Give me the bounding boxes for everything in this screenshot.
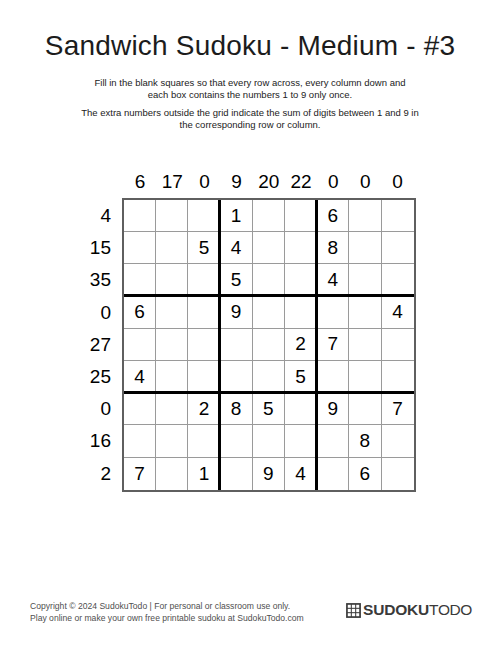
cell-r4c1[interactable]: 6 — [124, 297, 156, 329]
cell-r2c3[interactable]: 5 — [188, 232, 220, 264]
cell-r4c2[interactable] — [156, 297, 188, 329]
instructions-sandwich-line2: the corresponding row or column. — [0, 119, 500, 131]
instructions-rule-line2: each box contains the numbers 1 to 9 onl… — [0, 89, 500, 101]
column-clues: 617092022000 — [122, 166, 416, 198]
cell-r5c9[interactable] — [382, 329, 414, 361]
cell-r8c3[interactable] — [188, 425, 220, 457]
cell-r7c3[interactable]: 2 — [188, 393, 220, 425]
cell-r4c6[interactable] — [285, 297, 317, 329]
cell-r1c8[interactable] — [349, 200, 381, 232]
col-clue-1: 6 — [124, 166, 156, 198]
row-clues: 41535027250162 — [80, 198, 122, 492]
cell-r9c8[interactable]: 6 — [349, 458, 381, 490]
cell-r9c5[interactable]: 9 — [253, 458, 285, 490]
footer-line2: Play online or make your own free printa… — [30, 612, 304, 624]
cell-r3c9[interactable] — [382, 264, 414, 296]
cell-r2c5[interactable] — [253, 232, 285, 264]
board-frame: 1654854694274528597871946 — [122, 198, 416, 492]
page: Sandwich Sudoku - Medium - #3 Fill in th… — [0, 0, 500, 647]
col-clue-7: 0 — [317, 166, 349, 198]
cell-r8c5[interactable] — [253, 425, 285, 457]
cell-r7c5[interactable]: 5 — [253, 393, 285, 425]
cell-r5c3[interactable] — [188, 329, 220, 361]
cell-r6c7[interactable] — [317, 361, 349, 393]
cell-r9c7[interactable] — [317, 458, 349, 490]
cell-r4c3[interactable] — [188, 297, 220, 329]
cell-r1c9[interactable] — [382, 200, 414, 232]
board: 1654854694274528597871946 — [124, 200, 414, 490]
cell-r1c6[interactable] — [285, 200, 317, 232]
cell-r1c2[interactable] — [156, 200, 188, 232]
cell-r8c7[interactable] — [317, 425, 349, 457]
cell-r9c2[interactable] — [156, 458, 188, 490]
col-clue-4: 9 — [221, 166, 253, 198]
cell-r2c4[interactable]: 4 — [221, 232, 253, 264]
clue-corner-spacer — [80, 166, 122, 198]
cell-r3c2[interactable] — [156, 264, 188, 296]
puzzle: 617092022000 41535027250162 165485469427… — [80, 166, 416, 492]
logo-text-bold: SUDOKU — [363, 601, 429, 619]
row-clue-3: 35 — [80, 264, 122, 296]
copyright: Copyright © 2024 SudokuTodo | For person… — [30, 600, 304, 624]
row-clue-8: 16 — [80, 425, 122, 457]
cell-r2c8[interactable] — [349, 232, 381, 264]
cell-r1c1[interactable] — [124, 200, 156, 232]
cell-r1c4[interactable]: 1 — [221, 200, 253, 232]
cell-r7c7[interactable]: 9 — [317, 393, 349, 425]
sudoku-grid-icon — [346, 603, 361, 618]
cell-r4c8[interactable] — [349, 297, 381, 329]
col-clue-8: 0 — [349, 166, 381, 198]
cell-r8c9[interactable] — [382, 425, 414, 457]
cell-r6c6[interactable]: 5 — [285, 361, 317, 393]
instructions-rule-line1: Fill in the blank squares so that every … — [0, 77, 500, 89]
cell-r2c6[interactable] — [285, 232, 317, 264]
row-clue-4: 0 — [80, 297, 122, 329]
cell-r6c9[interactable] — [382, 361, 414, 393]
cell-r1c7[interactable]: 6 — [317, 200, 349, 232]
cell-r8c4[interactable] — [221, 425, 253, 457]
cell-r7c4[interactable]: 8 — [221, 393, 253, 425]
instructions-sandwich: The extra numbers outside the grid indic… — [0, 107, 500, 130]
instructions-rule: Fill in the blank squares so that every … — [0, 77, 500, 100]
cell-r8c1[interactable] — [124, 425, 156, 457]
cell-r1c3[interactable] — [188, 200, 220, 232]
row-clue-1: 4 — [80, 200, 122, 232]
cell-r4c4[interactable]: 9 — [221, 297, 253, 329]
cell-r7c9[interactable]: 7 — [382, 393, 414, 425]
cell-r3c3[interactable] — [188, 264, 220, 296]
cell-r6c2[interactable] — [156, 361, 188, 393]
cell-r3c7[interactable]: 4 — [317, 264, 349, 296]
cell-r3c8[interactable] — [349, 264, 381, 296]
cell-r2c9[interactable] — [382, 232, 414, 264]
cell-r3c4[interactable]: 5 — [221, 264, 253, 296]
cell-r9c9[interactable] — [382, 458, 414, 490]
col-clue-6: 22 — [285, 166, 317, 198]
cell-r3c1[interactable] — [124, 264, 156, 296]
cell-r5c5[interactable] — [253, 329, 285, 361]
cell-r7c6[interactable] — [285, 393, 317, 425]
row-clue-9: 2 — [80, 458, 122, 490]
cell-r9c3[interactable]: 1 — [188, 458, 220, 490]
col-clue-2: 17 — [156, 166, 188, 198]
cell-r3c6[interactable] — [285, 264, 317, 296]
cell-r6c3[interactable] — [188, 361, 220, 393]
cell-r5c8[interactable] — [349, 329, 381, 361]
cell-r8c8[interactable]: 8 — [349, 425, 381, 457]
cell-r5c1[interactable] — [124, 329, 156, 361]
cell-r6c4[interactable] — [221, 361, 253, 393]
cell-r2c1[interactable] — [124, 232, 156, 264]
sudokutodo-logo: SUDOKU TODO — [346, 601, 472, 619]
cell-r8c2[interactable] — [156, 425, 188, 457]
cell-r7c1[interactable] — [124, 393, 156, 425]
cell-r1c5[interactable] — [253, 200, 285, 232]
cell-r3c5[interactable] — [253, 264, 285, 296]
cell-r8c6[interactable] — [285, 425, 317, 457]
cell-r9c6[interactable]: 4 — [285, 458, 317, 490]
cell-r4c9[interactable]: 4 — [382, 297, 414, 329]
cell-r7c8[interactable] — [349, 393, 381, 425]
col-clue-3: 0 — [188, 166, 220, 198]
cell-r4c5[interactable] — [253, 297, 285, 329]
row-clue-6: 25 — [80, 361, 122, 393]
cell-r6c8[interactable] — [349, 361, 381, 393]
cell-r5c4[interactable] — [221, 329, 253, 361]
cell-r9c1[interactable]: 7 — [124, 458, 156, 490]
cell-r2c2[interactable] — [156, 232, 188, 264]
cell-r6c1[interactable]: 4 — [124, 361, 156, 393]
cell-r6c5[interactable] — [253, 361, 285, 393]
cell-r5c6[interactable]: 2 — [285, 329, 317, 361]
footer-line1: Copyright © 2024 SudokuTodo | For person… — [30, 600, 304, 612]
col-clue-9: 0 — [382, 166, 414, 198]
cell-r7c2[interactable] — [156, 393, 188, 425]
cell-r9c4[interactable] — [221, 458, 253, 490]
page-title: Sandwich Sudoku - Medium - #3 — [0, 30, 500, 62]
row-clue-7: 0 — [80, 393, 122, 425]
row-clue-2: 15 — [80, 232, 122, 264]
cell-r2c7[interactable]: 8 — [317, 232, 349, 264]
cell-r5c2[interactable] — [156, 329, 188, 361]
logo-text-light: TODO — [429, 601, 472, 619]
instructions-sandwich-line1: The extra numbers outside the grid indic… — [0, 107, 500, 119]
cell-r5c7[interactable]: 7 — [317, 329, 349, 361]
col-clue-5: 20 — [253, 166, 285, 198]
cell-r4c7[interactable] — [317, 297, 349, 329]
row-clue-5: 27 — [80, 329, 122, 361]
